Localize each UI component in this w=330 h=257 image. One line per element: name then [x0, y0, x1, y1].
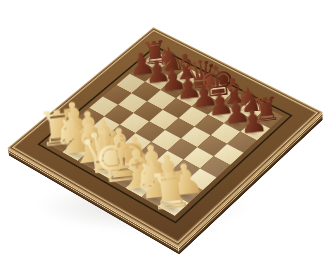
chess-board: ♜♞♝♛♚♝♞♜♟♟♟♟♟♟♟♟♟♟♟♟♟♟♟♟♜♞♝♛♚♝♞♜	[8, 27, 323, 247]
board-field: ♜♞♝♛♚♝♞♜♟♟♟♟♟♟♟♟♟♟♟♟♟♟♟♟♜♞♝♛♚♝♞♜	[47, 52, 283, 216]
chess-set-photo: ♜♞♝♛♚♝♞♜♟♟♟♟♟♟♟♟♟♟♟♟♟♟♟♟♜♞♝♛♚♝♞♜	[0, 0, 330, 257]
board-tilt-wrapper: ♜♞♝♛♚♝♞♜♟♟♟♟♟♟♟♟♟♟♟♟♟♟♟♟♜♞♝♛♚♝♞♜	[0, 0, 330, 257]
